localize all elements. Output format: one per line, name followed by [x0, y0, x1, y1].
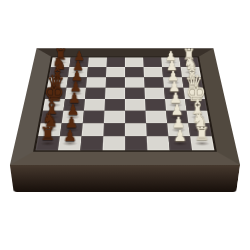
square-h5[interactable]: [103, 136, 125, 150]
square-g4[interactable]: [125, 123, 147, 136]
square-c4[interactable]: [125, 77, 144, 88]
black-pawn[interactable]: ♟: [53, 128, 86, 143]
chess-box: ♜♟♟♜♞♟♟♞♝♟♟♝♛♟♟♛♚♟♟♚♝♟♟♝♞♟♟♞♜♟♟♜: [10, 48, 240, 165]
square-c5[interactable]: [106, 77, 125, 88]
white-rook[interactable]: ♜: [186, 126, 219, 144]
square-h7[interactable]: ♟: [58, 136, 82, 150]
square-b4[interactable]: [125, 67, 144, 77]
square-b5[interactable]: [106, 67, 125, 77]
board-frame: ♜♟♟♜♞♟♟♞♝♟♟♝♛♟♟♛♚♟♟♚♝♟♟♝♞♟♟♞♜♟♟♜: [10, 48, 240, 165]
chess-set-photo: Dark espresso wooden box chess set photo…: [0, 0, 250, 250]
square-h4[interactable]: [125, 136, 147, 150]
square-e5[interactable]: [104, 99, 125, 111]
box-front-face: [10, 165, 240, 192]
square-f5[interactable]: [104, 111, 125, 123]
square-g5[interactable]: [103, 123, 125, 136]
square-d5[interactable]: [105, 88, 125, 99]
square-f4[interactable]: [125, 111, 146, 123]
square-a5[interactable]: [106, 57, 125, 67]
square-e4[interactable]: [125, 99, 146, 111]
chess-board: ♜♟♟♜♞♟♟♞♝♟♟♝♛♟♟♛♚♟♟♚♝♟♟♝♞♟♟♞♜♟♟♜: [36, 57, 215, 150]
square-d4[interactable]: [125, 88, 145, 99]
square-h1[interactable]: ♜: [190, 136, 214, 150]
square-a4[interactable]: [125, 57, 144, 67]
